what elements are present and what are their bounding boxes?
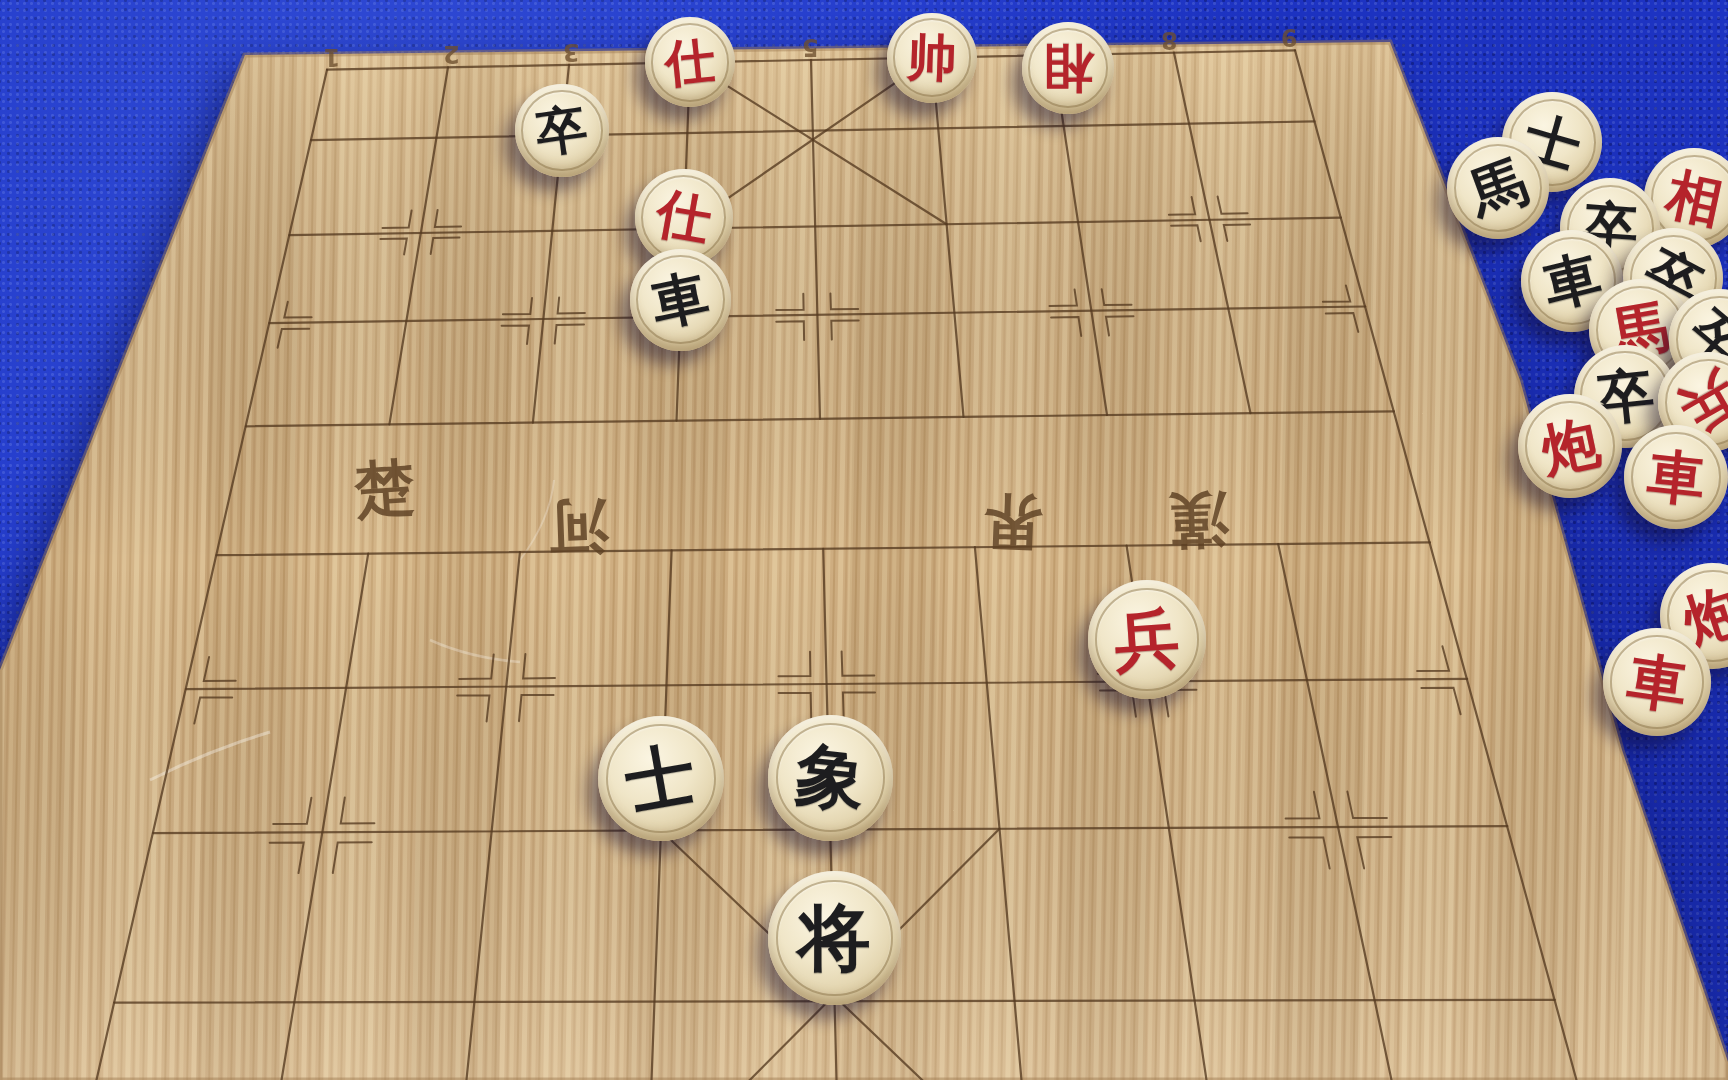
piece-red-7-6[interactable]: 兵: [1088, 580, 1207, 699]
captured-piece: 車: [1624, 425, 1728, 529]
piece-character: 車: [1624, 649, 1691, 716]
captured-piece: 馬: [1447, 137, 1549, 239]
piece-character: 象: [792, 740, 868, 816]
piece-black-5-8[interactable]: 将: [768, 871, 901, 1004]
captured-piece: 炮: [1518, 394, 1622, 498]
piece-character: 相: [1043, 43, 1094, 94]
photo-scene: 123456789楚河界漢 仕帅卒仕車兵士象将相 士馬相卒車卒馬卒卒兵炮車炮車: [0, 0, 1728, 1080]
piece-character: 相: [1661, 165, 1726, 230]
captured-piece: 車: [1603, 628, 1711, 736]
piece-character: 車: [647, 266, 713, 332]
piece-black-4-3[interactable]: 車: [630, 249, 732, 351]
piece-character: 士: [621, 739, 701, 819]
file-label: 2: [443, 40, 460, 68]
river-char: 漢: [1167, 484, 1230, 556]
file-label: 5: [802, 33, 819, 61]
piece-character: 兵: [1112, 605, 1181, 674]
file-label: 1: [323, 43, 340, 71]
piece-red-6-0[interactable]: 帅: [887, 13, 977, 103]
piece-black-5-7[interactable]: 象: [768, 715, 894, 841]
piece-red-4-0[interactable]: 仕: [645, 17, 735, 107]
file-label: 9: [1281, 23, 1298, 51]
piece-black-4-7[interactable]: 士: [598, 716, 724, 842]
file-label: 3: [563, 38, 580, 66]
piece-character: 将: [798, 901, 871, 974]
piece-character: 帅: [906, 32, 958, 84]
piece-character: 仕: [652, 186, 715, 249]
river-char: 楚: [351, 451, 417, 525]
piece-character: 仕: [663, 35, 718, 90]
flipped-captured-piece: 相: [1022, 22, 1114, 114]
piece-black-3-1[interactable]: 卒: [515, 84, 608, 177]
river-char: 界: [982, 486, 1044, 558]
piece-character: 炮: [1536, 412, 1604, 480]
piece-character: 馬: [1462, 152, 1534, 224]
file-label: 8: [1161, 26, 1178, 54]
river-char: 河: [548, 492, 611, 564]
piece-character: 車: [1645, 446, 1708, 509]
piece-character: 卒: [533, 102, 591, 160]
